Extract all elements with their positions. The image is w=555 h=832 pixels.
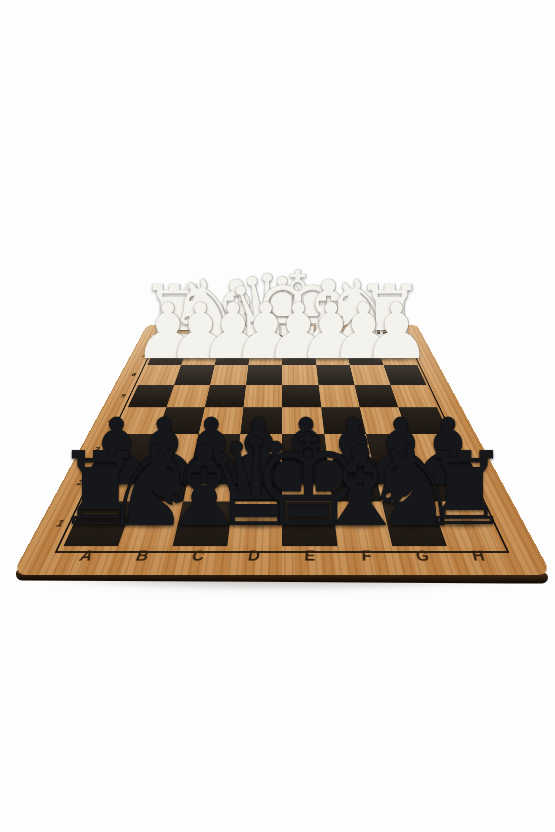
pieces-layer: ♜♞♝♛♚♝♞♜♟♟♟♟♟♟♟♟♟♟♟♟♟♟♟♟♜♞♝♛♚♝♞♜ [0, 0, 555, 832]
piece-white-pawn-h7[interactable]: ♟ [362, 293, 431, 370]
rank-label-5: 5 [111, 393, 135, 399]
chessboard-photo-scene: 12345678ABCDEFGH ♜♞♝♛♚♝♞♜♟♟♟♟♟♟♟♟♟♟♟♟♟♟♟… [0, 0, 555, 832]
piece-black-rook-h1[interactable]: ♜ [419, 440, 510, 541]
